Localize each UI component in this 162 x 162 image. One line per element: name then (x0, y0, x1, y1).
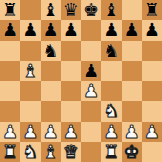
square-d8[interactable]: ♛ (61, 0, 81, 20)
square-c7[interactable]: ♟ (41, 20, 61, 40)
white-pawn: ♟ (124, 122, 140, 142)
square-g1[interactable]: ♚ (122, 142, 142, 162)
black-pawn: ♟ (124, 20, 140, 40)
white-queen: ♛ (63, 142, 79, 162)
black-pawn: ♟ (83, 61, 99, 81)
square-f2[interactable]: ♟ (101, 122, 121, 142)
square-e6[interactable] (81, 41, 101, 61)
square-d1[interactable]: ♛ (61, 142, 81, 162)
square-d2[interactable]: ♟ (61, 122, 81, 142)
square-a6[interactable] (0, 41, 20, 61)
white-pawn: ♟ (103, 122, 119, 142)
square-b6[interactable] (20, 41, 40, 61)
square-f4[interactable] (101, 81, 121, 101)
black-rook: ♜ (2, 0, 18, 20)
square-h3[interactable] (142, 101, 162, 121)
black-pawn: ♟ (144, 20, 160, 40)
white-pawn: ♟ (43, 122, 59, 142)
black-bishop: ♝ (103, 0, 119, 20)
black-pawn: ♟ (22, 20, 38, 40)
square-e5[interactable]: ♟ (81, 61, 101, 81)
black-queen: ♛ (63, 0, 79, 20)
square-e4[interactable]: ♟ (81, 81, 101, 101)
white-rook: ♜ (103, 142, 119, 162)
square-f7[interactable]: ♟ (101, 20, 121, 40)
square-g3[interactable] (122, 101, 142, 121)
white-bishop: ♝ (22, 61, 38, 81)
square-c5[interactable] (41, 61, 61, 81)
black-pawn: ♟ (43, 20, 59, 40)
white-pawn: ♟ (83, 81, 99, 101)
square-h4[interactable] (142, 81, 162, 101)
square-d7[interactable]: ♟ (61, 20, 81, 40)
square-g2[interactable]: ♟ (122, 122, 142, 142)
square-d6[interactable] (61, 41, 81, 61)
chess-board: ♜♝♛♚♝♜♟♟♟♟♟♟♟♞♞♝♟♟♞♟♟♟♟♟♟♟♜♞♝♛♜♚ (0, 0, 162, 162)
square-h2[interactable]: ♟ (142, 122, 162, 142)
square-g7[interactable]: ♟ (122, 20, 142, 40)
black-pawn: ♟ (63, 20, 79, 40)
square-g6[interactable] (122, 41, 142, 61)
square-h8[interactable]: ♜ (142, 0, 162, 20)
square-c2[interactable]: ♟ (41, 122, 61, 142)
square-a8[interactable]: ♜ (0, 0, 20, 20)
black-knight: ♞ (43, 41, 59, 61)
square-d5[interactable] (61, 61, 81, 81)
square-d4[interactable] (61, 81, 81, 101)
black-knight: ♞ (103, 41, 119, 61)
square-b7[interactable]: ♟ (20, 20, 40, 40)
square-g8[interactable] (122, 0, 142, 20)
square-h1[interactable] (142, 142, 162, 162)
black-bishop: ♝ (43, 0, 59, 20)
square-e7[interactable] (81, 20, 101, 40)
square-a1[interactable]: ♜ (0, 142, 20, 162)
square-c1[interactable]: ♝ (41, 142, 61, 162)
white-pawn: ♟ (63, 122, 79, 142)
square-h5[interactable] (142, 61, 162, 81)
square-c4[interactable] (41, 81, 61, 101)
black-pawn: ♟ (103, 20, 119, 40)
square-g5[interactable] (122, 61, 142, 81)
square-a2[interactable]: ♟ (0, 122, 20, 142)
square-f6[interactable]: ♞ (101, 41, 121, 61)
black-king: ♚ (83, 0, 99, 20)
square-c3[interactable] (41, 101, 61, 121)
square-c6[interactable]: ♞ (41, 41, 61, 61)
square-c8[interactable]: ♝ (41, 0, 61, 20)
square-e1[interactable] (81, 142, 101, 162)
white-knight: ♞ (103, 101, 119, 121)
square-e2[interactable] (81, 122, 101, 142)
square-f1[interactable]: ♜ (101, 142, 121, 162)
square-a5[interactable] (0, 61, 20, 81)
square-a4[interactable] (0, 81, 20, 101)
square-g4[interactable] (122, 81, 142, 101)
square-f5[interactable] (101, 61, 121, 81)
square-b8[interactable] (20, 0, 40, 20)
white-bishop: ♝ (43, 142, 59, 162)
white-pawn: ♟ (144, 122, 160, 142)
square-b1[interactable]: ♞ (20, 142, 40, 162)
white-knight: ♞ (22, 142, 38, 162)
square-h7[interactable]: ♟ (142, 20, 162, 40)
square-h6[interactable] (142, 41, 162, 61)
square-b5[interactable]: ♝ (20, 61, 40, 81)
white-pawn: ♟ (2, 122, 18, 142)
white-rook: ♜ (2, 142, 18, 162)
black-rook: ♜ (144, 0, 160, 20)
black-pawn: ♟ (2, 20, 18, 40)
square-d3[interactable] (61, 101, 81, 121)
square-b2[interactable]: ♟ (20, 122, 40, 142)
white-pawn: ♟ (22, 122, 38, 142)
square-f8[interactable]: ♝ (101, 0, 121, 20)
square-f3[interactable]: ♞ (101, 101, 121, 121)
square-a7[interactable]: ♟ (0, 20, 20, 40)
square-b4[interactable] (20, 81, 40, 101)
square-e3[interactable] (81, 101, 101, 121)
square-a3[interactable] (0, 101, 20, 121)
square-b3[interactable] (20, 101, 40, 121)
square-e8[interactable]: ♚ (81, 0, 101, 20)
white-king: ♚ (124, 142, 140, 162)
